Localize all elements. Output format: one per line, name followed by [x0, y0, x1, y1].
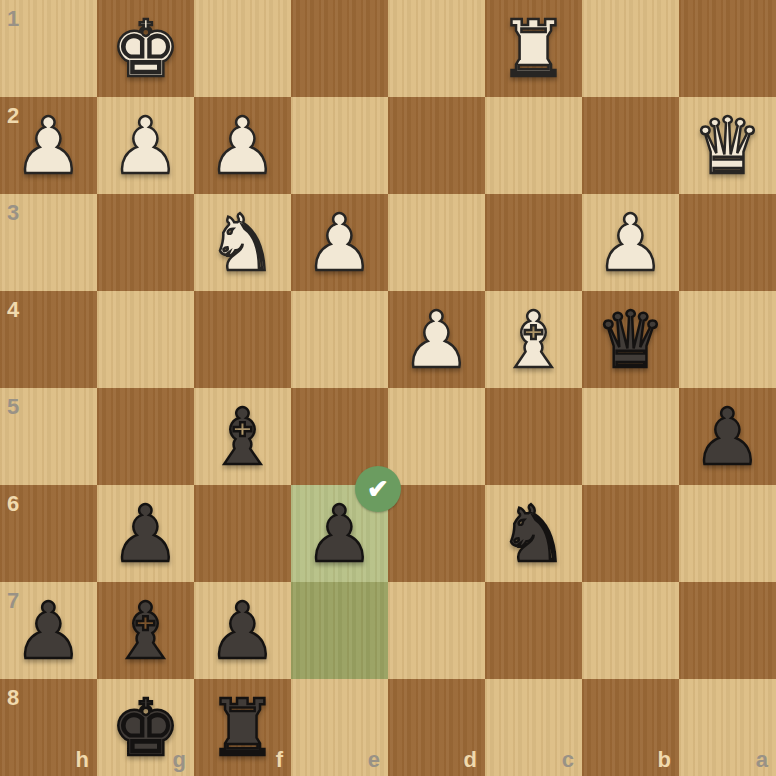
square-f1[interactable]	[194, 0, 291, 97]
piece-white-pawn[interactable]: ♟	[291, 194, 388, 291]
square-c6[interactable]: ♞	[485, 485, 582, 582]
square-g6[interactable]: ♟	[97, 485, 194, 582]
square-a7[interactable]	[679, 582, 776, 679]
square-h4[interactable]: 4	[0, 291, 97, 388]
square-c7[interactable]	[485, 582, 582, 679]
square-c2[interactable]	[485, 97, 582, 194]
rank-label-8: 8	[7, 687, 19, 709]
piece-white-pawn[interactable]: ♟	[388, 291, 485, 388]
square-g3[interactable]	[97, 194, 194, 291]
square-f4[interactable]	[194, 291, 291, 388]
piece-black-rook[interactable]: ♜	[194, 679, 291, 776]
piece-white-bishop[interactable]: ♝	[485, 291, 582, 388]
piece-black-queen[interactable]: ♛	[582, 291, 679, 388]
rank-label-1: 1	[7, 8, 19, 30]
square-c1[interactable]: ♜	[485, 0, 582, 97]
square-f6[interactable]	[194, 485, 291, 582]
square-a6[interactable]	[679, 485, 776, 582]
square-c4[interactable]: ♝	[485, 291, 582, 388]
square-e1[interactable]	[291, 0, 388, 97]
square-b2[interactable]	[582, 97, 679, 194]
piece-black-pawn[interactable]: ♟	[97, 485, 194, 582]
square-g1[interactable]: ♚	[97, 0, 194, 97]
square-b4[interactable]: ♛	[582, 291, 679, 388]
square-e8[interactable]: e	[291, 679, 388, 776]
check-icon: ✔	[355, 466, 401, 512]
square-e2[interactable]	[291, 97, 388, 194]
square-d4[interactable]: ♟	[388, 291, 485, 388]
square-h1[interactable]: 1	[0, 0, 97, 97]
square-a3[interactable]	[679, 194, 776, 291]
square-d6[interactable]	[388, 485, 485, 582]
square-e6[interactable]: ♟✔	[291, 485, 388, 582]
file-label-d: d	[464, 749, 477, 771]
square-e3[interactable]: ♟	[291, 194, 388, 291]
square-g7[interactable]: ♝	[97, 582, 194, 679]
rank-label-6: 6	[7, 493, 19, 515]
piece-white-king[interactable]: ♚	[97, 0, 194, 97]
square-b7[interactable]	[582, 582, 679, 679]
square-b3[interactable]: ♟	[582, 194, 679, 291]
square-d3[interactable]	[388, 194, 485, 291]
square-d1[interactable]	[388, 0, 485, 97]
square-b5[interactable]	[582, 388, 679, 485]
square-a2[interactable]: ♛	[679, 97, 776, 194]
square-h6[interactable]: 6	[0, 485, 97, 582]
file-label-b: b	[658, 749, 671, 771]
piece-white-pawn[interactable]: ♟	[0, 97, 97, 194]
file-label-h: h	[76, 749, 89, 771]
square-e4[interactable]	[291, 291, 388, 388]
square-a1[interactable]	[679, 0, 776, 97]
square-d8[interactable]: d	[388, 679, 485, 776]
square-f2[interactable]: ♟	[194, 97, 291, 194]
piece-black-pawn[interactable]: ♟	[679, 388, 776, 485]
square-g5[interactable]	[97, 388, 194, 485]
square-f3[interactable]: ♞	[194, 194, 291, 291]
square-c5[interactable]	[485, 388, 582, 485]
piece-black-knight[interactable]: ♞	[485, 485, 582, 582]
chess-board: 1♚♜2♟♟♟♛3♞♟♟4♟♝♛5♝♟6♟♟✔♞7♟♝♟8hg♚f♜edcba	[0, 0, 776, 776]
piece-black-bishop[interactable]: ♝	[194, 388, 291, 485]
square-h7[interactable]: 7♟	[0, 582, 97, 679]
piece-white-knight[interactable]: ♞	[194, 194, 291, 291]
piece-black-king[interactable]: ♚	[97, 679, 194, 776]
square-b1[interactable]	[582, 0, 679, 97]
square-f5[interactable]: ♝	[194, 388, 291, 485]
piece-white-pawn[interactable]: ♟	[97, 97, 194, 194]
file-label-c: c	[562, 749, 574, 771]
square-a5[interactable]: ♟	[679, 388, 776, 485]
square-d2[interactable]	[388, 97, 485, 194]
piece-black-bishop[interactable]: ♝	[97, 582, 194, 679]
piece-white-queen[interactable]: ♛	[679, 97, 776, 194]
square-a4[interactable]	[679, 291, 776, 388]
square-h2[interactable]: 2♟	[0, 97, 97, 194]
square-c3[interactable]	[485, 194, 582, 291]
square-h8[interactable]: 8h	[0, 679, 97, 776]
piece-white-pawn[interactable]: ♟	[582, 194, 679, 291]
piece-black-pawn[interactable]: ♟	[194, 582, 291, 679]
square-d5[interactable]	[388, 388, 485, 485]
square-e7[interactable]	[291, 582, 388, 679]
rank-label-5: 5	[7, 396, 19, 418]
square-g8[interactable]: g♚	[97, 679, 194, 776]
file-label-e: e	[368, 749, 380, 771]
rank-label-3: 3	[7, 202, 19, 224]
square-h5[interactable]: 5	[0, 388, 97, 485]
chess-board-container: 1♚♜2♟♟♟♛3♞♟♟4♟♝♛5♝♟6♟♟✔♞7♟♝♟8hg♚f♜edcba	[0, 0, 776, 776]
square-f8[interactable]: f♜	[194, 679, 291, 776]
square-b8[interactable]: b	[582, 679, 679, 776]
piece-white-rook[interactable]: ♜	[485, 0, 582, 97]
square-b6[interactable]	[582, 485, 679, 582]
file-label-a: a	[756, 749, 768, 771]
square-c8[interactable]: c	[485, 679, 582, 776]
rank-label-4: 4	[7, 299, 19, 321]
square-f7[interactable]: ♟	[194, 582, 291, 679]
square-g2[interactable]: ♟	[97, 97, 194, 194]
square-h3[interactable]: 3	[0, 194, 97, 291]
square-d7[interactable]	[388, 582, 485, 679]
square-g4[interactable]	[97, 291, 194, 388]
square-a8[interactable]: a	[679, 679, 776, 776]
piece-white-pawn[interactable]: ♟	[194, 97, 291, 194]
piece-black-pawn[interactable]: ♟	[0, 582, 97, 679]
